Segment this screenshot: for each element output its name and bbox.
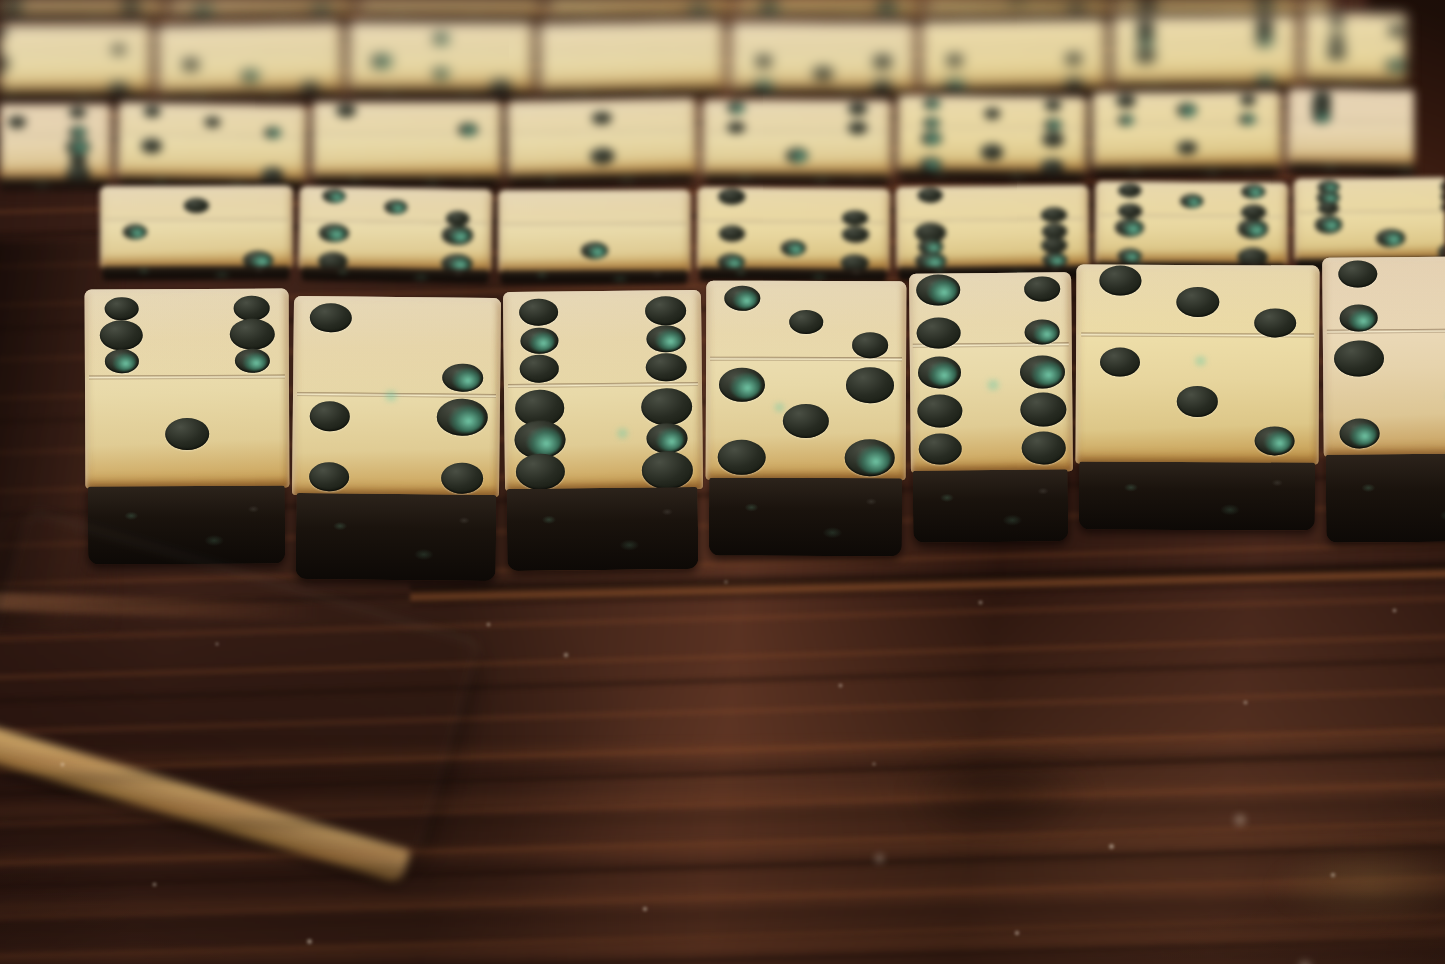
- verdigris-corrosion: [655, 427, 684, 451]
- verdigris-smudge: [1191, 355, 1209, 368]
- verdigris-smudge: [614, 427, 632, 440]
- pip: [845, 440, 895, 477]
- dust-speck: [1014, 930, 1020, 936]
- domino-tile: [503, 290, 703, 491]
- pip: [917, 394, 962, 427]
- half-divider-line: [89, 374, 285, 379]
- pip: [516, 453, 566, 490]
- pip: [917, 357, 960, 389]
- verdigris-corrosion: [927, 360, 957, 386]
- domino-edge-ebony: [507, 487, 699, 571]
- pip: [1020, 393, 1067, 428]
- verdigris-corrosion: [1348, 308, 1375, 330]
- dust-speck: [1392, 608, 1397, 613]
- verdigris-corrosion: [1032, 322, 1057, 342]
- domino-tile: [292, 296, 501, 497]
- dust-speck: [60, 762, 65, 767]
- pip: [646, 424, 687, 454]
- verdigris-corrosion: [448, 403, 484, 433]
- pip: [234, 296, 270, 321]
- pip: [520, 355, 560, 383]
- pip: [100, 320, 143, 350]
- pip: [641, 451, 693, 489]
- pip: [1020, 355, 1065, 388]
- dust-speck: [152, 882, 157, 887]
- verdigris-corrosion: [655, 328, 683, 350]
- pip: [1025, 319, 1060, 344]
- bokeh-highlight: [873, 852, 886, 865]
- verdigris-corrosion: [528, 330, 555, 351]
- pip: [441, 463, 483, 494]
- dust-speck: [642, 906, 648, 912]
- dust-speck: [978, 600, 983, 605]
- domino-edge-ebony: [709, 478, 902, 557]
- pip: [105, 349, 139, 373]
- pip: [1099, 266, 1141, 295]
- verdigris-corrosion: [1030, 359, 1062, 386]
- verdigris-corrosion: [526, 425, 562, 456]
- pip: [719, 368, 765, 402]
- dust-speck: [306, 938, 313, 945]
- pip: [646, 353, 687, 382]
- verdigris-corrosion: [732, 289, 758, 310]
- dust-speck: [215, 642, 219, 646]
- pip: [310, 401, 351, 431]
- domino-edge-ebony: [1326, 453, 1445, 543]
- pip: [1255, 426, 1295, 455]
- pip: [520, 327, 558, 354]
- pip: [1021, 431, 1066, 464]
- dust-speck: [838, 683, 843, 688]
- pip: [443, 363, 484, 392]
- pip: [104, 297, 138, 321]
- dust-speck: [1243, 700, 1248, 705]
- domino-edge-ebony: [913, 469, 1069, 542]
- pip: [641, 388, 693, 426]
- dust-speck: [563, 652, 569, 658]
- dust-speck: [486, 622, 491, 627]
- verdigris-corrosion: [729, 372, 762, 399]
- pip: [1334, 340, 1383, 376]
- pip: [1024, 276, 1060, 301]
- photo-scene: [0, 0, 1445, 964]
- pip: [1176, 287, 1220, 317]
- bokeh-highlight: [1232, 812, 1248, 828]
- pip: [789, 310, 824, 334]
- domino-tile: [909, 272, 1073, 473]
- pip: [165, 418, 209, 450]
- verdigris-corrosion: [242, 351, 267, 371]
- pip: [846, 367, 894, 402]
- dust-speck: [724, 580, 728, 584]
- pip: [437, 399, 488, 437]
- pip: [309, 462, 349, 492]
- verdigris-corrosion: [1264, 429, 1292, 452]
- verdigris-corrosion: [856, 444, 891, 473]
- verdigris-corrosion: [112, 352, 136, 371]
- pip: [783, 404, 829, 438]
- domino-edge-ebony: [1079, 461, 1315, 530]
- domino-edge-ebony: [296, 493, 497, 581]
- pip: [718, 440, 766, 475]
- dust-speck: [1108, 843, 1115, 850]
- pip: [230, 319, 275, 350]
- verdigris-corrosion: [451, 367, 480, 390]
- pip: [1339, 419, 1379, 449]
- verdigris-corrosion: [1348, 422, 1376, 446]
- verdigris-corrosion: [926, 278, 957, 303]
- domino-tile: [1075, 264, 1319, 464]
- domino-tile: [1322, 256, 1445, 457]
- domino-tile: [706, 281, 907, 481]
- pip: [645, 297, 686, 326]
- dust-speck: [872, 762, 876, 766]
- pip: [918, 433, 961, 465]
- pip: [1176, 386, 1218, 417]
- verdigris-smudge: [983, 378, 1003, 392]
- pip: [852, 333, 889, 359]
- half-divider-line: [508, 381, 698, 387]
- pip: [1100, 347, 1140, 376]
- half-divider-line: [1327, 328, 1445, 334]
- foreground-wood-blur: [0, 734, 1445, 964]
- verdigris-smudge: [381, 389, 401, 403]
- verdigris-smudge: [771, 401, 787, 412]
- dust-speck: [1330, 872, 1336, 878]
- domino-tile: [85, 289, 290, 489]
